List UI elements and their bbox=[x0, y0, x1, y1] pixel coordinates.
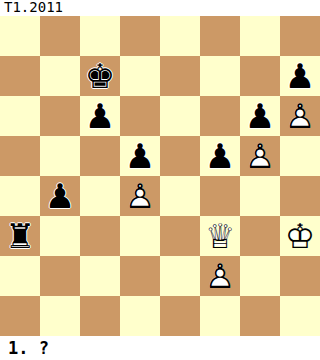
square-b4[interactable]: ♟ bbox=[40, 176, 80, 216]
square-d7[interactable] bbox=[120, 56, 160, 96]
square-c1[interactable] bbox=[80, 296, 120, 336]
black-pawn-glyph: ♟ bbox=[40, 176, 80, 216]
black-rook[interactable]: ♜ bbox=[0, 216, 40, 256]
black-pawn-glyph: ♟ bbox=[200, 136, 240, 176]
square-h3[interactable]: ♚♔ bbox=[280, 216, 320, 256]
black-pawn-glyph: ♟ bbox=[120, 136, 160, 176]
square-f2[interactable]: ♟♙ bbox=[200, 256, 240, 296]
square-g7[interactable] bbox=[240, 56, 280, 96]
white-king-outline-glyph: ♔ bbox=[280, 216, 320, 256]
square-c6[interactable]: ♟ bbox=[80, 96, 120, 136]
square-e4[interactable] bbox=[160, 176, 200, 216]
square-h8[interactable] bbox=[280, 16, 320, 56]
white-pawn[interactable]: ♟♙ bbox=[200, 256, 240, 296]
white-pawn-outline-glyph: ♙ bbox=[280, 96, 320, 136]
square-d5[interactable]: ♟ bbox=[120, 136, 160, 176]
square-e3[interactable] bbox=[160, 216, 200, 256]
white-pawn-outline-glyph: ♙ bbox=[120, 176, 160, 216]
square-f7[interactable] bbox=[200, 56, 240, 96]
diagram-title: T1.2011 bbox=[0, 0, 320, 16]
white-pawn[interactable]: ♟♙ bbox=[120, 176, 160, 216]
square-a2[interactable] bbox=[0, 256, 40, 296]
move-prompt: 1. ? bbox=[0, 336, 320, 360]
square-h7[interactable]: ♟ bbox=[280, 56, 320, 96]
white-pawn[interactable]: ♟♙ bbox=[280, 96, 320, 136]
black-pawn[interactable]: ♟ bbox=[280, 56, 320, 96]
square-a3[interactable]: ♜ bbox=[0, 216, 40, 256]
square-g8[interactable] bbox=[240, 16, 280, 56]
square-b6[interactable] bbox=[40, 96, 80, 136]
square-a7[interactable] bbox=[0, 56, 40, 96]
square-f4[interactable] bbox=[200, 176, 240, 216]
square-d2[interactable] bbox=[120, 256, 160, 296]
square-h6[interactable]: ♟♙ bbox=[280, 96, 320, 136]
square-b1[interactable] bbox=[40, 296, 80, 336]
square-b5[interactable] bbox=[40, 136, 80, 176]
square-f6[interactable] bbox=[200, 96, 240, 136]
black-king-glyph: ♚ bbox=[80, 56, 120, 96]
black-rook-glyph: ♜ bbox=[0, 216, 40, 256]
square-e8[interactable] bbox=[160, 16, 200, 56]
black-pawn[interactable]: ♟ bbox=[200, 136, 240, 176]
white-pawn-outline-glyph: ♙ bbox=[240, 136, 280, 176]
square-f3[interactable]: ♛♕ bbox=[200, 216, 240, 256]
square-e7[interactable] bbox=[160, 56, 200, 96]
black-pawn[interactable]: ♟ bbox=[240, 96, 280, 136]
square-a8[interactable] bbox=[0, 16, 40, 56]
white-queen-outline-glyph: ♕ bbox=[200, 216, 240, 256]
white-king[interactable]: ♚♔ bbox=[280, 216, 320, 256]
square-d4[interactable]: ♟♙ bbox=[120, 176, 160, 216]
square-h2[interactable] bbox=[280, 256, 320, 296]
square-g3[interactable] bbox=[240, 216, 280, 256]
square-c7[interactable]: ♚ bbox=[80, 56, 120, 96]
square-g2[interactable] bbox=[240, 256, 280, 296]
square-d1[interactable] bbox=[120, 296, 160, 336]
square-c3[interactable] bbox=[80, 216, 120, 256]
square-a4[interactable] bbox=[0, 176, 40, 216]
square-e6[interactable] bbox=[160, 96, 200, 136]
black-pawn-glyph: ♟ bbox=[240, 96, 280, 136]
square-b7[interactable] bbox=[40, 56, 80, 96]
square-d8[interactable] bbox=[120, 16, 160, 56]
square-g5[interactable]: ♟♙ bbox=[240, 136, 280, 176]
square-g1[interactable] bbox=[240, 296, 280, 336]
square-f1[interactable] bbox=[200, 296, 240, 336]
black-pawn-glyph: ♟ bbox=[80, 96, 120, 136]
square-e5[interactable] bbox=[160, 136, 200, 176]
square-a1[interactable] bbox=[0, 296, 40, 336]
square-b3[interactable] bbox=[40, 216, 80, 256]
square-a6[interactable] bbox=[0, 96, 40, 136]
square-d6[interactable] bbox=[120, 96, 160, 136]
square-a5[interactable] bbox=[0, 136, 40, 176]
square-g6[interactable]: ♟ bbox=[240, 96, 280, 136]
square-f5[interactable]: ♟ bbox=[200, 136, 240, 176]
black-pawn-glyph: ♟ bbox=[280, 56, 320, 96]
white-queen[interactable]: ♛♕ bbox=[200, 216, 240, 256]
white-pawn-outline-glyph: ♙ bbox=[200, 256, 240, 296]
square-b8[interactable] bbox=[40, 16, 80, 56]
square-c4[interactable] bbox=[80, 176, 120, 216]
square-e1[interactable] bbox=[160, 296, 200, 336]
square-g4[interactable] bbox=[240, 176, 280, 216]
black-pawn[interactable]: ♟ bbox=[120, 136, 160, 176]
square-e2[interactable] bbox=[160, 256, 200, 296]
square-c2[interactable] bbox=[80, 256, 120, 296]
chess-puzzle-diagram: T1.2011 ♚♟♟♟♟♙♟♟♟♙♟♟♙♜♛♕♚♔♟♙ 1. ? bbox=[0, 0, 320, 360]
square-c5[interactable] bbox=[80, 136, 120, 176]
black-king[interactable]: ♚ bbox=[80, 56, 120, 96]
square-f8[interactable] bbox=[200, 16, 240, 56]
black-pawn[interactable]: ♟ bbox=[80, 96, 120, 136]
square-c8[interactable] bbox=[80, 16, 120, 56]
square-d3[interactable] bbox=[120, 216, 160, 256]
chess-board: ♚♟♟♟♟♙♟♟♟♙♟♟♙♜♛♕♚♔♟♙ bbox=[0, 16, 320, 336]
square-b2[interactable] bbox=[40, 256, 80, 296]
black-pawn[interactable]: ♟ bbox=[40, 176, 80, 216]
square-h5[interactable] bbox=[280, 136, 320, 176]
white-pawn[interactable]: ♟♙ bbox=[240, 136, 280, 176]
square-h1[interactable] bbox=[280, 296, 320, 336]
square-h4[interactable] bbox=[280, 176, 320, 216]
